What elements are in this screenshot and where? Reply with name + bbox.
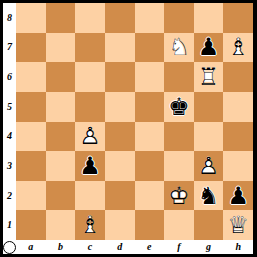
square-h4[interactable] — [223, 122, 253, 152]
black-piece-glyph: ♟ — [223, 181, 253, 211]
square-h5[interactable] — [223, 92, 253, 122]
file-label-g: g — [194, 240, 224, 254]
square-b8[interactable] — [46, 3, 76, 33]
file-label-d: d — [105, 240, 135, 254]
file-label-e: e — [135, 240, 165, 254]
square-f3[interactable] — [164, 151, 194, 181]
square-f7[interactable]: ♞♘ — [164, 33, 194, 63]
square-a2[interactable] — [16, 181, 46, 211]
white-bishop: ♝♗ — [75, 210, 105, 240]
square-d1[interactable] — [105, 210, 135, 240]
square-c3[interactable]: ♟ — [75, 151, 105, 181]
white-piece-outline-layer: ♖ — [194, 62, 224, 92]
chess-diagram: 87♞♘♟♝♗6♜♖5♚4♟♙3♟♟♙2♚♔♞♟1♝♗♛♕abcdefgh — [0, 0, 257, 257]
square-c1[interactable]: ♝♗ — [75, 210, 105, 240]
square-g1[interactable] — [194, 210, 224, 240]
file-label-h: h — [223, 240, 253, 254]
square-f2[interactable]: ♚♔ — [164, 181, 194, 211]
black-pawn: ♟ — [75, 151, 105, 181]
file-label-b: b — [46, 240, 76, 254]
square-c6[interactable] — [75, 62, 105, 92]
white-queen: ♛♕ — [223, 210, 253, 240]
square-e8[interactable] — [135, 3, 165, 33]
square-e4[interactable] — [135, 122, 165, 152]
square-a8[interactable] — [16, 3, 46, 33]
white-pawn: ♟♙ — [194, 151, 224, 181]
square-d2[interactable] — [105, 181, 135, 211]
rank-label-4: 4 — [3, 122, 16, 152]
white-king: ♚♔ — [164, 181, 194, 211]
square-a5[interactable] — [16, 92, 46, 122]
square-d6[interactable] — [105, 62, 135, 92]
square-c4[interactable]: ♟♙ — [75, 122, 105, 152]
white-piece-outline-layer: ♗ — [75, 210, 105, 240]
square-c2[interactable] — [75, 181, 105, 211]
square-f8[interactable] — [164, 3, 194, 33]
square-h6[interactable] — [223, 62, 253, 92]
white-rook: ♜♖ — [194, 62, 224, 92]
file-label-a: a — [16, 240, 46, 254]
file-label-f: f — [164, 240, 194, 254]
square-c8[interactable] — [75, 3, 105, 33]
square-e6[interactable] — [135, 62, 165, 92]
black-piece-glyph: ♟ — [75, 151, 105, 181]
square-b5[interactable] — [46, 92, 76, 122]
white-piece-outline-layer: ♘ — [164, 33, 194, 63]
chess-board: 87♞♘♟♝♗6♜♖5♚4♟♙3♟♟♙2♚♔♞♟1♝♗♛♕abcdefgh — [3, 3, 253, 254]
square-a7[interactable] — [16, 33, 46, 63]
square-e2[interactable] — [135, 181, 165, 211]
black-pawn: ♟ — [223, 181, 253, 211]
square-a4[interactable] — [16, 122, 46, 152]
white-piece-outline-layer: ♔ — [164, 181, 194, 211]
square-b7[interactable] — [46, 33, 76, 63]
square-e5[interactable] — [135, 92, 165, 122]
white-piece-outline-layer: ♙ — [194, 151, 224, 181]
square-d8[interactable] — [105, 3, 135, 33]
square-f5[interactable]: ♚ — [164, 92, 194, 122]
white-piece-outline-layer: ♕ — [223, 210, 253, 240]
square-a3[interactable] — [16, 151, 46, 181]
square-g4[interactable] — [194, 122, 224, 152]
square-b1[interactable] — [46, 210, 76, 240]
black-piece-glyph: ♟ — [194, 33, 224, 63]
square-h8[interactable] — [223, 3, 253, 33]
square-g8[interactable] — [194, 3, 224, 33]
square-b4[interactable] — [46, 122, 76, 152]
white-piece-outline-layer: ♗ — [223, 33, 253, 63]
square-f6[interactable] — [164, 62, 194, 92]
square-d5[interactable] — [105, 92, 135, 122]
square-c5[interactable] — [75, 92, 105, 122]
white-to-move-circle-icon — [3, 241, 16, 254]
white-bishop: ♝♗ — [223, 33, 253, 63]
file-label-c: c — [75, 240, 105, 254]
rank-label-8: 8 — [3, 3, 16, 33]
black-king: ♚ — [164, 92, 194, 122]
square-d7[interactable] — [105, 33, 135, 63]
square-b2[interactable] — [46, 181, 76, 211]
square-b6[interactable] — [46, 62, 76, 92]
square-f1[interactable] — [164, 210, 194, 240]
rank-label-3: 3 — [3, 151, 16, 181]
black-piece-glyph: ♚ — [164, 92, 194, 122]
square-a1[interactable] — [16, 210, 46, 240]
square-c7[interactable] — [75, 33, 105, 63]
square-h3[interactable] — [223, 151, 253, 181]
turn-indicator-cell — [3, 240, 16, 254]
square-g3[interactable]: ♟♙ — [194, 151, 224, 181]
square-g5[interactable] — [194, 92, 224, 122]
rank-label-1: 1 — [3, 210, 16, 240]
square-h1[interactable]: ♛♕ — [223, 210, 253, 240]
rank-label-7: 7 — [3, 33, 16, 63]
black-knight: ♞ — [194, 181, 224, 211]
white-knight: ♞♘ — [164, 33, 194, 63]
square-g2[interactable]: ♞ — [194, 181, 224, 211]
square-f4[interactable] — [164, 122, 194, 152]
square-d4[interactable] — [105, 122, 135, 152]
square-h7[interactable]: ♝♗ — [223, 33, 253, 63]
square-e1[interactable] — [135, 210, 165, 240]
rank-label-2: 2 — [3, 181, 16, 211]
square-a6[interactable] — [16, 62, 46, 92]
rank-label-5: 5 — [3, 92, 16, 122]
black-pawn: ♟ — [194, 33, 224, 63]
square-g6[interactable]: ♜♖ — [194, 62, 224, 92]
square-g7[interactable]: ♟ — [194, 33, 224, 63]
white-pawn: ♟♙ — [75, 122, 105, 152]
square-b3[interactable] — [46, 151, 76, 181]
square-h2[interactable]: ♟ — [223, 181, 253, 211]
rank-label-6: 6 — [3, 62, 16, 92]
white-piece-outline-layer: ♙ — [75, 122, 105, 152]
square-d3[interactable] — [105, 151, 135, 181]
square-e7[interactable] — [135, 33, 165, 63]
square-e3[interactable] — [135, 151, 165, 181]
black-piece-glyph: ♞ — [194, 181, 224, 211]
